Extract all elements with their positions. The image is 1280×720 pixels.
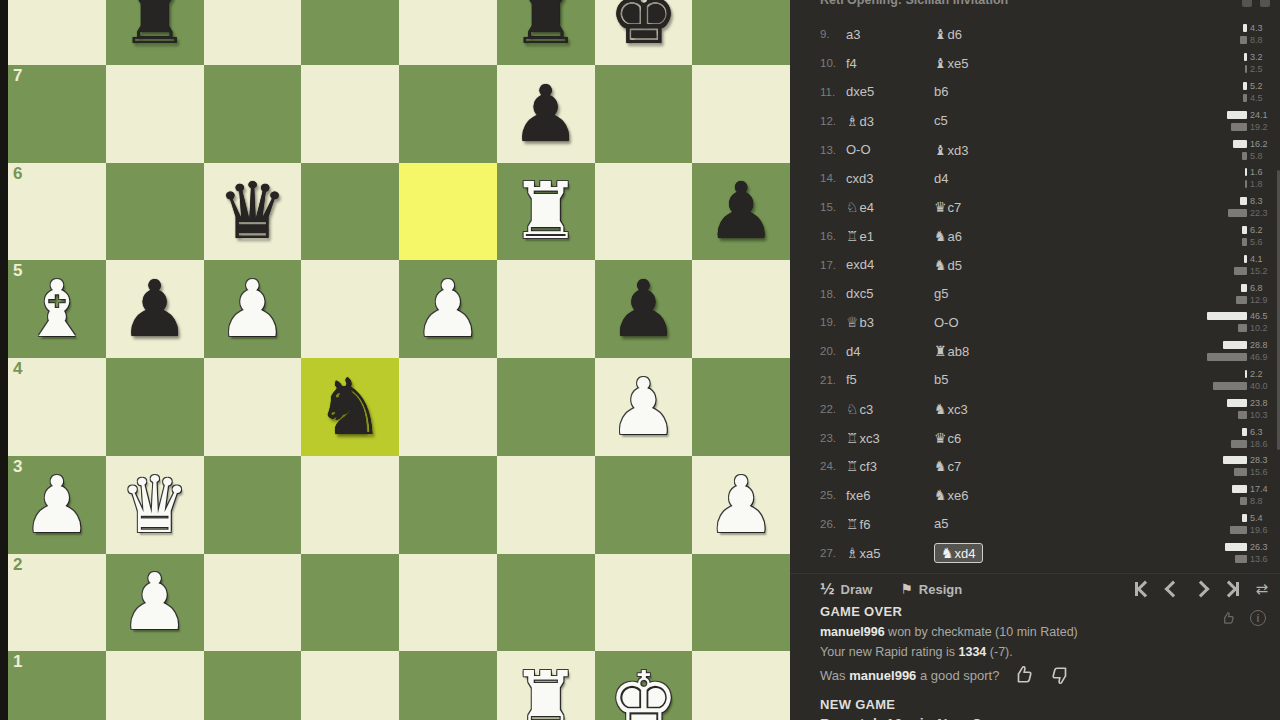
result-line: manuel996 won by checkmate (10 min Rated… bbox=[820, 625, 1268, 639]
square-g4[interactable]: ♟ bbox=[595, 358, 693, 456]
move-number: 16. bbox=[820, 230, 846, 242]
square-a6[interactable]: 6 bbox=[8, 163, 106, 261]
move-number: 21. bbox=[820, 374, 846, 386]
white-move-san[interactable]: f4 bbox=[846, 56, 934, 71]
move-number: 22. bbox=[820, 403, 846, 415]
square-b7[interactable] bbox=[106, 65, 204, 163]
white-time-bar: 5.2 bbox=[1180, 80, 1272, 92]
white-time-bar: 5.4 bbox=[1180, 512, 1272, 524]
move-times: 4.38.8 bbox=[1180, 22, 1272, 46]
move-row-14: 14.cxd3d41.61.8 bbox=[820, 164, 1272, 193]
winner-name: manuel996 bbox=[820, 625, 885, 639]
square-h2[interactable] bbox=[692, 554, 790, 652]
black-pawn-g5[interactable]: ♟ bbox=[608, 270, 678, 348]
black-move-san[interactable]: ♞xe6 bbox=[934, 487, 1044, 503]
chess-board: 8♜♜♚7♟6♛♜♟5♝♟♟♟♟4♞♟3♟♛♟2♟1♜♚ bbox=[8, 0, 790, 720]
last-move-button[interactable] bbox=[1223, 582, 1239, 596]
black-time-bar: 46.9 bbox=[1180, 351, 1272, 363]
square-f8[interactable]: ♜ bbox=[497, 0, 595, 65]
square-c8[interactable] bbox=[204, 0, 302, 65]
black-time-bar: 1.8 bbox=[1180, 178, 1272, 190]
white-move-san[interactable]: exd4 bbox=[846, 257, 934, 272]
white-time-bar: 1.6 bbox=[1180, 166, 1272, 178]
next-move-button[interactable] bbox=[1195, 583, 1207, 595]
black-time-bar: 8.8 bbox=[1180, 34, 1272, 46]
black-pawn-f7[interactable]: ♟ bbox=[511, 75, 581, 153]
white-king-g1[interactable]: ♚ bbox=[608, 661, 678, 720]
cycle-moves-icon[interactable]: ⇄ bbox=[1255, 580, 1268, 598]
move-times: 23.810.3 bbox=[1180, 397, 1272, 421]
white-move-san[interactable]: a3 bbox=[846, 27, 934, 42]
black-time-bar: 12.9 bbox=[1180, 294, 1272, 306]
move-row-17: 17.exd4♞d54.115.2 bbox=[820, 250, 1272, 279]
move-number: 15. bbox=[820, 201, 846, 213]
move-times: 46.510.2 bbox=[1180, 310, 1272, 334]
white-time-bar: 2.2 bbox=[1180, 368, 1272, 380]
move-number: 9. bbox=[820, 28, 846, 40]
move-row-16: 16.♖e1♞a66.25.6 bbox=[820, 222, 1272, 251]
move-row-20: 20.d4♜ab828.846.9 bbox=[820, 337, 1272, 366]
black-queen-c6[interactable]: ♛ bbox=[217, 172, 287, 250]
square-c2[interactable] bbox=[204, 554, 302, 652]
square-d8[interactable] bbox=[301, 0, 399, 65]
square-f4[interactable] bbox=[497, 358, 595, 456]
flag-icon: ⚑ bbox=[900, 581, 913, 597]
square-b4[interactable] bbox=[106, 358, 204, 456]
white-pawn-c5[interactable]: ♟ bbox=[217, 270, 287, 348]
white-time-bar: 17.4 bbox=[1180, 483, 1272, 495]
square-b5[interactable]: ♟ bbox=[106, 260, 204, 358]
black-time-bar: 19.2 bbox=[1180, 121, 1272, 133]
white-pawn-h3[interactable]: ♟ bbox=[706, 466, 776, 544]
move-times: 28.315.6 bbox=[1180, 454, 1272, 478]
black-move-san[interactable]: b6 bbox=[934, 84, 1044, 99]
black-time-bar: 10.2 bbox=[1180, 322, 1272, 334]
square-d4[interactable]: ♞ bbox=[301, 358, 399, 456]
white-pawn-e5[interactable]: ♟ bbox=[413, 270, 483, 348]
sportsmanship-row: Was manuel996 a good sport? bbox=[820, 664, 1071, 686]
white-rook-f1[interactable]: ♜ bbox=[511, 661, 581, 720]
move-times: 8.322.3 bbox=[1180, 195, 1272, 219]
square-f7[interactable]: ♟ bbox=[497, 65, 595, 163]
move-row-9: 9.a3♝d64.38.8 bbox=[820, 20, 1272, 49]
white-time-bar: 4.1 bbox=[1180, 253, 1272, 265]
move-times: 26.313.6 bbox=[1180, 541, 1272, 565]
white-move-san[interactable]: ♗d3 bbox=[846, 113, 934, 129]
move-times: 1.61.8 bbox=[1180, 166, 1272, 190]
square-c7[interactable] bbox=[204, 65, 302, 163]
move-number: 26. bbox=[820, 518, 846, 530]
white-time-bar: 46.5 bbox=[1180, 310, 1272, 322]
move-number: 12. bbox=[820, 115, 846, 127]
rank-label-2: 2 bbox=[13, 556, 22, 573]
game-sidebar: Réti Opening: Sicilian Invitation 9.a3♝d… bbox=[790, 0, 1280, 720]
square-h8[interactable] bbox=[692, 0, 790, 65]
white-move-san[interactable]: ♖xc3 bbox=[846, 430, 934, 446]
move-number: 19. bbox=[820, 316, 846, 328]
black-time-bar: 10.3 bbox=[1180, 409, 1272, 421]
black-move-san[interactable]: ♛c6 bbox=[934, 430, 1044, 446]
info-icon[interactable]: i bbox=[1250, 610, 1266, 626]
square-a5[interactable]: 5♝ bbox=[8, 260, 106, 358]
half-point-icon: ½ bbox=[820, 581, 835, 597]
move-times: 5.24.5 bbox=[1180, 80, 1272, 104]
black-time-bar: 5.6 bbox=[1180, 236, 1272, 248]
square-d5[interactable] bbox=[301, 260, 399, 358]
square-h7[interactable] bbox=[692, 65, 790, 163]
move-row-15: 15.♘e4♛c78.322.3 bbox=[820, 193, 1272, 222]
black-rook-b8[interactable]: ♜ bbox=[120, 0, 190, 55]
black-time-bar: 2.5 bbox=[1180, 63, 1272, 75]
white-time-bar: 6.3 bbox=[1180, 426, 1272, 438]
move-number: 18. bbox=[820, 288, 846, 300]
square-h5[interactable] bbox=[692, 260, 790, 358]
black-time-bar: 18.6 bbox=[1180, 438, 1272, 450]
rank-label-1: 1 bbox=[13, 653, 22, 670]
square-d6[interactable] bbox=[301, 163, 399, 261]
move-row-19: 19.♕b3O-O46.510.2 bbox=[820, 308, 1272, 337]
move-row-26: 26.♖f6a55.419.6 bbox=[820, 510, 1272, 539]
square-b1[interactable] bbox=[106, 651, 204, 720]
square-g3[interactable] bbox=[595, 456, 693, 554]
square-e1[interactable] bbox=[399, 651, 497, 720]
move-row-21: 21.f5b52.240.0 bbox=[820, 366, 1272, 395]
white-pawn-g4[interactable]: ♟ bbox=[608, 368, 678, 446]
square-e8[interactable] bbox=[399, 0, 497, 65]
square-g6[interactable] bbox=[595, 163, 693, 261]
black-move-san[interactable]: b5 bbox=[934, 372, 1044, 387]
new-game-buttons-cutoff[interactable]: Rematch 10 min New Game bbox=[820, 716, 1012, 720]
square-a7[interactable]: 7 bbox=[8, 65, 106, 163]
move-navigation: ⇄ bbox=[1135, 580, 1280, 598]
new-game-title: NEW GAME bbox=[820, 697, 895, 712]
white-time-bar: 28.8 bbox=[1180, 339, 1272, 351]
black-move-san[interactable]: ♜ab8 bbox=[934, 343, 1044, 359]
black-move-san[interactable]: a5 bbox=[934, 516, 1044, 531]
first-move-button[interactable] bbox=[1135, 582, 1151, 596]
black-move-san[interactable]: c5 bbox=[934, 113, 1044, 128]
square-b6[interactable] bbox=[106, 163, 204, 261]
resign-label: Resign bbox=[919, 582, 962, 597]
rating-prefix: Your new Rapid rating is bbox=[820, 645, 959, 659]
rank-label-7: 7 bbox=[13, 67, 22, 84]
white-time-bar: 6.8 bbox=[1180, 282, 1272, 294]
white-bishop-a5[interactable]: ♝ bbox=[22, 270, 92, 348]
move-row-11: 11.dxe5b65.24.5 bbox=[820, 78, 1272, 107]
move-number: 24. bbox=[820, 460, 846, 472]
move-number: 25. bbox=[820, 489, 846, 501]
square-f2[interactable] bbox=[497, 554, 595, 652]
white-move-san[interactable]: d4 bbox=[846, 344, 934, 359]
rank-label-5: 5 bbox=[13, 262, 22, 279]
square-f3[interactable] bbox=[497, 456, 595, 554]
square-g7[interactable] bbox=[595, 65, 693, 163]
square-e6[interactable] bbox=[399, 163, 497, 261]
white-time-bar: 23.8 bbox=[1180, 397, 1272, 409]
square-a4[interactable]: 4 bbox=[8, 358, 106, 456]
move-row-13: 13.O-O♝xd316.25.8 bbox=[820, 135, 1272, 164]
square-c3[interactable] bbox=[204, 456, 302, 554]
thumbs-up-icon[interactable] bbox=[1013, 664, 1035, 686]
white-move-san[interactable]: ♖f6 bbox=[846, 516, 934, 532]
move-row-27: 27.♗xa5♞xd426.313.6 bbox=[820, 538, 1272, 567]
black-time-bar: 19.6 bbox=[1180, 524, 1272, 536]
rating-line: Your new Rapid rating is 1334 (-7). bbox=[820, 645, 1268, 659]
white-move-san[interactable]: cxd3 bbox=[846, 171, 934, 186]
move-list: 9.a3♝d64.38.810.f4♝xe53.22.511.dxe5b65.2… bbox=[820, 20, 1272, 567]
white-pawn-b2[interactable]: ♟ bbox=[120, 563, 190, 641]
previous-move-button[interactable] bbox=[1167, 583, 1179, 595]
move-times: 4.115.2 bbox=[1180, 253, 1272, 277]
move-times: 28.846.9 bbox=[1180, 339, 1272, 363]
black-time-bar: 15.6 bbox=[1180, 466, 1272, 478]
thumbs-up-dim-icon[interactable] bbox=[1221, 611, 1236, 626]
controls-bar: ½ Draw ⚑ Resign ⇄ bbox=[790, 573, 1280, 604]
black-move-san[interactable]: ♝d6 bbox=[934, 26, 1044, 42]
black-time-bar: 13.6 bbox=[1180, 553, 1272, 565]
white-move-san[interactable]: ♖e1 bbox=[846, 228, 934, 244]
move-row-25: 25.fxe6♞xe617.48.8 bbox=[820, 481, 1272, 510]
draw-button[interactable]: ½ Draw bbox=[820, 581, 872, 597]
white-time-bar: 6.2 bbox=[1180, 224, 1272, 236]
square-a3[interactable]: 3♟ bbox=[8, 456, 106, 554]
white-time-bar: 28.3 bbox=[1180, 454, 1272, 466]
move-number: 27. bbox=[820, 547, 846, 559]
square-c4[interactable] bbox=[204, 358, 302, 456]
square-e7[interactable] bbox=[399, 65, 497, 163]
move-number: 17. bbox=[820, 259, 846, 271]
move-row-22: 22.♘c3♞xc323.810.3 bbox=[820, 394, 1272, 423]
move-times: 6.812.9 bbox=[1180, 282, 1272, 306]
black-move-san[interactable]: ♞d5 bbox=[934, 257, 1044, 273]
square-d7[interactable] bbox=[301, 65, 399, 163]
black-rook-f8[interactable]: ♜ bbox=[511, 0, 581, 55]
white-time-bar: 24.1 bbox=[1180, 109, 1272, 121]
move-row-18: 18.dxc5g56.812.9 bbox=[820, 279, 1272, 308]
black-time-bar: 15.2 bbox=[1180, 265, 1272, 277]
black-move-san[interactable]: d4 bbox=[934, 171, 1044, 186]
black-move-san[interactable]: ♝xe5 bbox=[934, 55, 1044, 71]
sportsmanship-question: Was manuel996 a good sport? bbox=[820, 668, 999, 683]
black-move-san[interactable]: ♞xc3 bbox=[934, 401, 1044, 417]
square-e3[interactable] bbox=[399, 456, 497, 554]
opening-name: Réti Opening: Sicilian Invitation bbox=[820, 0, 1008, 7]
game-over-title: GAME OVER bbox=[820, 604, 1268, 619]
square-c5[interactable]: ♟ bbox=[204, 260, 302, 358]
white-time-bar: 4.3 bbox=[1180, 22, 1272, 34]
square-b8[interactable]: ♜ bbox=[106, 0, 204, 65]
white-move-san[interactable]: ♖cf3 bbox=[846, 458, 934, 474]
white-time-bar: 26.3 bbox=[1180, 541, 1272, 553]
white-queen-b3[interactable]: ♛ bbox=[120, 466, 190, 544]
black-move-san[interactable]: ♛c7 bbox=[934, 199, 1044, 215]
white-move-san[interactable]: ♘e4 bbox=[846, 199, 934, 215]
move-row-12: 12.♗d3c524.119.2 bbox=[820, 106, 1272, 135]
black-knight-d4[interactable]: ♞ bbox=[315, 368, 385, 446]
square-g2[interactable] bbox=[595, 554, 693, 652]
app-window: 8♜♜♚7♟6♛♜♟5♝♟♟♟♟4♞♟3♟♛♟2♟1♜♚ Réti Openin… bbox=[0, 0, 1280, 720]
move-number: 10. bbox=[820, 57, 846, 69]
black-move-san[interactable]: ♞c7 bbox=[934, 458, 1044, 474]
white-time-bar: 16.2 bbox=[1180, 138, 1272, 150]
move-times: 6.318.6 bbox=[1180, 426, 1272, 450]
opponent-name: manuel996 bbox=[849, 668, 916, 683]
square-e5[interactable]: ♟ bbox=[399, 260, 497, 358]
move-number: 11. bbox=[820, 86, 846, 98]
white-move-san[interactable]: f5 bbox=[846, 372, 934, 387]
move-number: 13. bbox=[820, 144, 846, 156]
square-c1[interactable] bbox=[204, 651, 302, 720]
black-king-g8[interactable]: ♚ bbox=[608, 0, 678, 55]
square-g5[interactable]: ♟ bbox=[595, 260, 693, 358]
rating-delta: (-7). bbox=[986, 645, 1012, 659]
new-rating: 1334 bbox=[959, 645, 987, 659]
draw-label: Draw bbox=[841, 582, 873, 597]
square-d2[interactable] bbox=[301, 554, 399, 652]
move-times: 2.240.0 bbox=[1180, 368, 1272, 392]
move-row-23: 23.♖xc3♛c66.318.6 bbox=[820, 423, 1272, 452]
black-move-san[interactable]: g5 bbox=[934, 286, 1044, 301]
white-move-san[interactable]: ♗xa5 bbox=[846, 545, 934, 561]
move-number: 20. bbox=[820, 345, 846, 357]
black-time-bar: 8.8 bbox=[1180, 495, 1272, 507]
square-a8[interactable]: 8 bbox=[8, 0, 106, 65]
black-move-san-current[interactable]: ♞xd4 bbox=[934, 543, 1044, 563]
move-number: 14. bbox=[820, 172, 846, 184]
white-move-san[interactable]: dxe5 bbox=[846, 84, 934, 99]
result-text: won by checkmate (10 min Rated) bbox=[885, 625, 1078, 639]
square-f5[interactable] bbox=[497, 260, 595, 358]
white-time-bar: 8.3 bbox=[1180, 195, 1272, 207]
move-times: 17.48.8 bbox=[1180, 483, 1272, 507]
white-move-san[interactable]: ♕b3 bbox=[846, 314, 934, 330]
black-pawn-h6[interactable]: ♟ bbox=[706, 172, 776, 250]
white-move-san[interactable]: O-O bbox=[846, 142, 934, 157]
square-f1[interactable]: ♜ bbox=[497, 651, 595, 720]
game-over-panel: GAME OVER i manuel996 won by checkmate (… bbox=[820, 604, 1268, 659]
square-d1[interactable] bbox=[301, 651, 399, 720]
black-time-bar: 5.8 bbox=[1180, 150, 1272, 162]
black-time-bar: 4.5 bbox=[1180, 92, 1272, 104]
square-g8[interactable]: ♚ bbox=[595, 0, 693, 65]
square-e2[interactable] bbox=[399, 554, 497, 652]
game-over-icons: i bbox=[1221, 610, 1266, 626]
black-time-bar: 40.0 bbox=[1180, 380, 1272, 392]
move-row-10: 10.f4♝xe53.22.5 bbox=[820, 49, 1272, 78]
move-times: 24.119.2 bbox=[1180, 109, 1272, 133]
square-c6[interactable]: ♛ bbox=[204, 163, 302, 261]
move-times: 16.25.8 bbox=[1180, 138, 1272, 162]
square-h4[interactable] bbox=[692, 358, 790, 456]
square-a2[interactable]: 2 bbox=[8, 554, 106, 652]
black-time-bar: 22.3 bbox=[1180, 207, 1272, 219]
square-h6[interactable]: ♟ bbox=[692, 163, 790, 261]
square-d3[interactable] bbox=[301, 456, 399, 554]
white-move-san[interactable]: fxe6 bbox=[846, 488, 934, 503]
square-f6[interactable]: ♜ bbox=[497, 163, 595, 261]
white-move-san[interactable]: dxc5 bbox=[846, 286, 934, 301]
rank-label-4: 4 bbox=[13, 360, 22, 377]
square-g1[interactable]: ♚ bbox=[595, 651, 693, 720]
header-icon[interactable] bbox=[1242, 0, 1252, 7]
thumbs-down-icon[interactable] bbox=[1049, 664, 1071, 686]
square-h3[interactable]: ♟ bbox=[692, 456, 790, 554]
square-e4[interactable] bbox=[399, 358, 497, 456]
black-move-san[interactable]: ♝xd3 bbox=[934, 142, 1044, 158]
white-move-san[interactable]: ♘c3 bbox=[846, 401, 934, 417]
white-rook-f6[interactable]: ♜ bbox=[511, 172, 581, 250]
move-row-24: 24.♖cf3♞c728.315.6 bbox=[820, 452, 1272, 481]
white-time-bar: 3.2 bbox=[1180, 51, 1272, 63]
square-a1[interactable]: 1 bbox=[8, 651, 106, 720]
white-pawn-a3[interactable]: ♟ bbox=[22, 466, 92, 544]
square-h1[interactable] bbox=[692, 651, 790, 720]
black-pawn-b5[interactable]: ♟ bbox=[120, 270, 190, 348]
move-times: 5.419.6 bbox=[1180, 512, 1272, 536]
black-move-san[interactable]: ♞a6 bbox=[934, 228, 1044, 244]
black-move-san[interactable]: O-O bbox=[934, 315, 1044, 330]
move-number: 23. bbox=[820, 432, 846, 444]
resign-button[interactable]: ⚑ Resign bbox=[900, 581, 962, 597]
square-b3[interactable]: ♛ bbox=[106, 456, 204, 554]
header-icon[interactable] bbox=[1260, 0, 1270, 7]
move-times: 3.22.5 bbox=[1180, 51, 1272, 75]
rank-label-3: 3 bbox=[13, 458, 22, 475]
move-times: 6.25.6 bbox=[1180, 224, 1272, 248]
rank-label-6: 6 bbox=[13, 165, 22, 182]
square-b2[interactable]: ♟ bbox=[106, 554, 204, 652]
